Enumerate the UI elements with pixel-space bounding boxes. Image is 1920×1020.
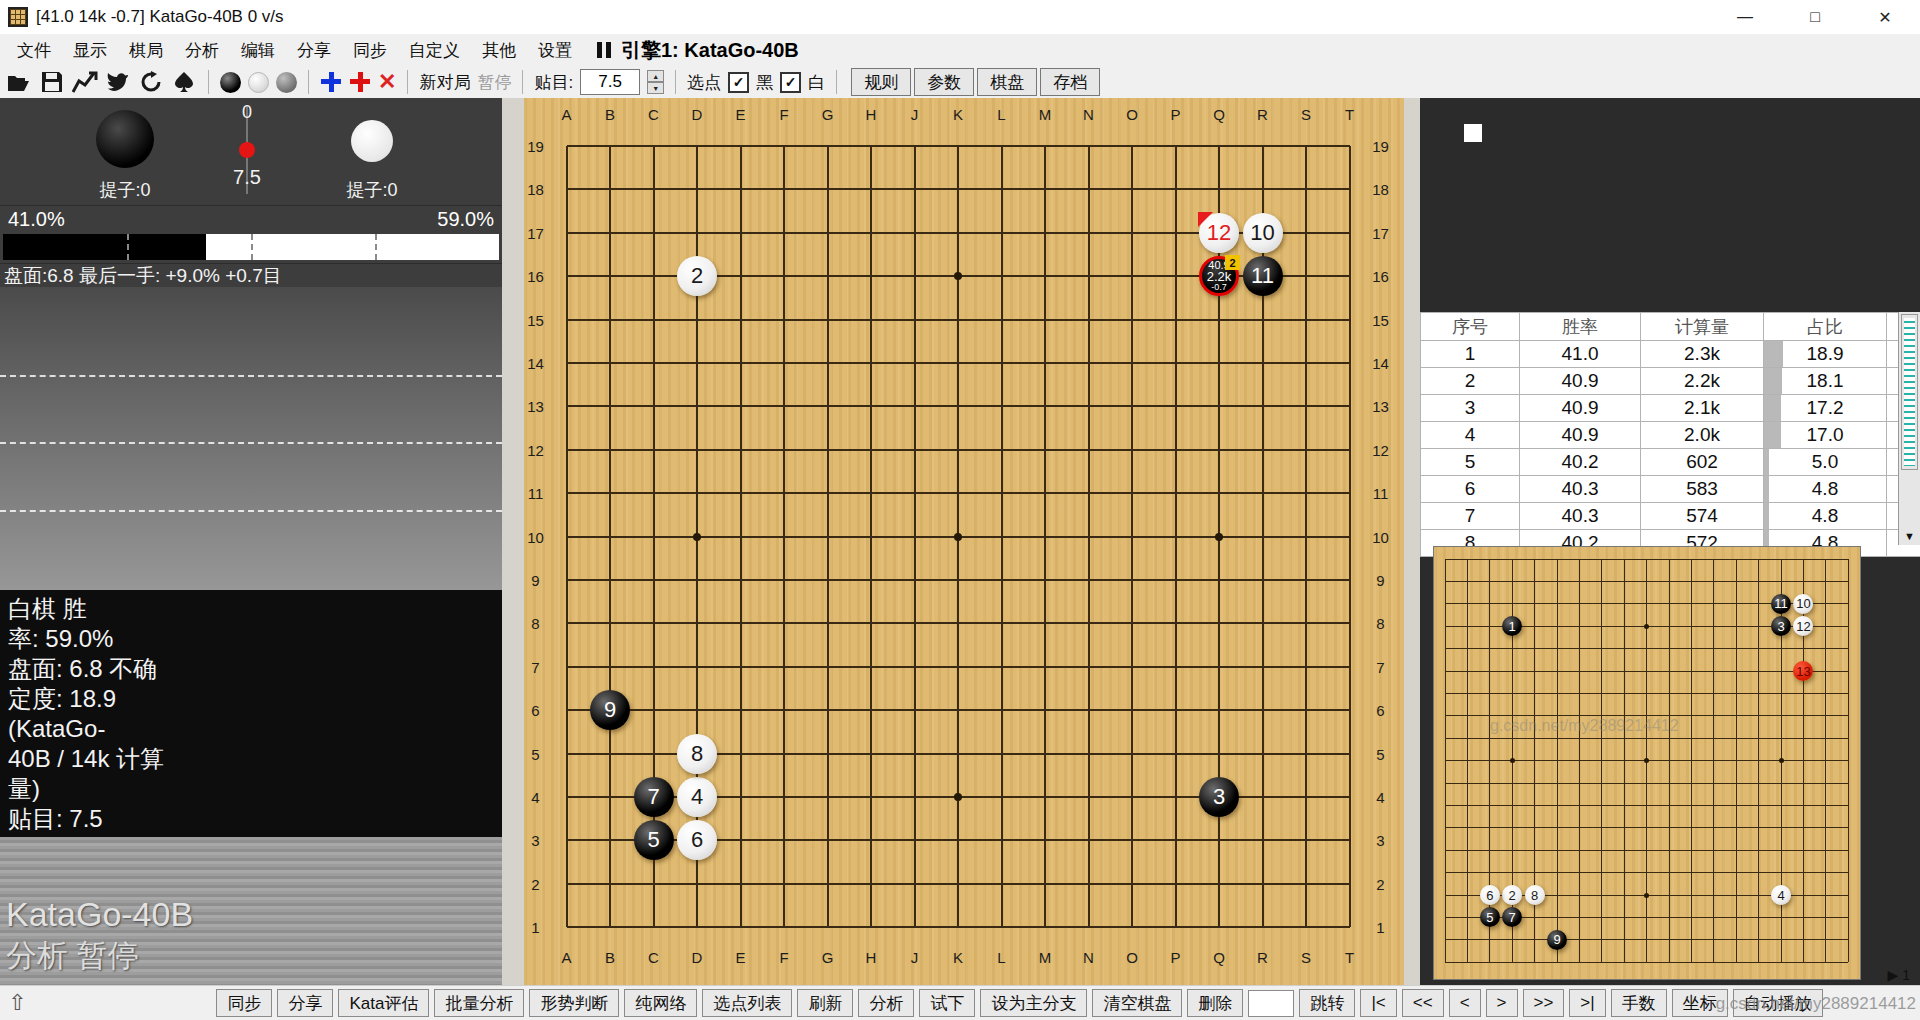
- coord-right-9: 9: [1368, 572, 1394, 589]
- grid-line: [1736, 559, 1737, 962]
- bottom-button-清空棋盘[interactable]: 清空棋盘: [1092, 989, 1182, 1017]
- star-point: [954, 533, 962, 541]
- table-header-占比[interactable]: 占比: [1764, 313, 1887, 341]
- winrate-tick: [375, 234, 377, 260]
- komi-label: 贴目:: [534, 71, 573, 94]
- table-cell: 41.0: [1520, 341, 1641, 368]
- share-bar: [1764, 395, 1781, 421]
- stone-R16[interactable]: 11: [1243, 256, 1283, 296]
- grid-line: [567, 579, 1350, 581]
- move-number: 9: [604, 699, 616, 721]
- grid-line: [567, 709, 1350, 711]
- move-nav-indicator[interactable]: ▶ 1: [1888, 967, 1910, 983]
- bottom-button-纯网络[interactable]: 纯网络: [624, 989, 697, 1017]
- grid-line: [1713, 559, 1714, 962]
- report-line: 40B / 14k 计算: [8, 744, 494, 774]
- coord-top-O: O: [1120, 106, 1144, 123]
- bottom-button->[interactable]: >: [1486, 989, 1518, 1017]
- stone-E4[interactable]: 8: [1525, 885, 1545, 905]
- game-record-board-section: 12345678910111213 g.csdn.net/my288921441…: [1420, 545, 1920, 985]
- winrate-graph[interactable]: [0, 287, 502, 590]
- winrate-tick: [251, 234, 253, 260]
- black-checkbox-label: 黑: [756, 71, 773, 94]
- coord-left-4: 4: [523, 789, 549, 806]
- winrate-tick: [127, 234, 129, 260]
- coord-left-19: 19: [523, 138, 549, 155]
- katago-analysis-window: [41.0 14k -0.7] KataGo-40B 0 v/s — □ ✕ 文…: [0, 0, 1920, 1020]
- score-slider-bottom-value: 7.5: [227, 166, 267, 189]
- move-number: 4: [691, 786, 703, 808]
- coord-right-17: 17: [1368, 225, 1394, 242]
- coord-bottom-T: T: [1338, 949, 1362, 966]
- grid-line: [567, 883, 1350, 885]
- table-cell: 2.1k: [1641, 395, 1764, 422]
- coord-top-C: C: [642, 106, 666, 123]
- table-header-胜率[interactable]: 胜率: [1520, 313, 1641, 341]
- coord-bottom-N: N: [1077, 949, 1101, 966]
- white-stone-icon[interactable]: [248, 72, 269, 93]
- coord-top-K: K: [946, 106, 970, 123]
- move-number: 8: [691, 743, 703, 765]
- report-line: 白棋 胜: [8, 594, 494, 624]
- candidate-moves-table: 序号胜率计算量占比目差 141.02.3k18.9-0.7240.92.2k18…: [1420, 312, 1920, 557]
- grid-line: [567, 622, 1350, 624]
- grid-line: [1305, 146, 1307, 927]
- winrate-bar: [3, 234, 499, 260]
- title-bar: [41.0 14k -0.7] KataGo-40B 0 v/s — □ ✕: [0, 0, 1920, 34]
- stone-D3[interactable]: 7: [1502, 907, 1522, 927]
- close-button[interactable]: ✕: [1850, 0, 1920, 34]
- bottom-toolbar: ⇧ 同步分享Kata评估批量分析形势判断纯网络选点列表刷新分析试下设为主分支清空…: [0, 985, 1920, 1020]
- table-cell: 40.9: [1520, 395, 1641, 422]
- table-row[interactable]: 740.35744.8-0.9: [1421, 503, 1920, 530]
- bottom-button-刷新[interactable]: 刷新: [797, 989, 853, 1017]
- window-title: [41.0 14k -0.7] KataGo-40B 0 v/s: [36, 7, 284, 27]
- gray-stone-icon[interactable]: [276, 72, 297, 93]
- candidate-rank-badge: 2: [1225, 255, 1240, 270]
- stone-D5[interactable]: 8: [677, 734, 717, 774]
- move-number: 6: [691, 829, 703, 851]
- coord-left-14: 14: [523, 355, 549, 372]
- score-graph-area: [1420, 98, 1920, 312]
- stone-Q17[interactable]: 11: [1771, 594, 1791, 614]
- move-number: 11: [1251, 265, 1274, 287]
- table-cell: 40.3: [1520, 503, 1641, 530]
- grid-line: [1445, 783, 1848, 784]
- coord-top-T: T: [1338, 106, 1362, 123]
- toolbar-buttons: 规则参数棋盘存档: [848, 68, 1100, 96]
- star-point: [1510, 758, 1515, 763]
- bottom-button-形势判断[interactable]: 形势判断: [529, 989, 619, 1017]
- table-cell: 574: [1641, 503, 1764, 530]
- coord-bottom-J: J: [903, 949, 927, 966]
- coord-left-2: 2: [523, 876, 549, 893]
- report-line: (KataGo-: [8, 714, 494, 744]
- table-header-row: 序号胜率计算量占比目差: [1421, 313, 1920, 341]
- move-number: 9: [1553, 933, 1560, 946]
- coord-left-3: 3: [523, 832, 549, 849]
- toolbar-separator: [308, 70, 309, 94]
- table-cell: 40.9: [1520, 368, 1641, 395]
- share-bar: [1764, 503, 1769, 529]
- coord-bottom-C: C: [642, 949, 666, 966]
- coord-left-9: 9: [523, 572, 549, 589]
- candidate-moves-table-wrap: 序号胜率计算量占比目差 141.02.3k18.9-0.7240.92.2k18…: [1420, 312, 1898, 545]
- grid-line: [1175, 146, 1177, 927]
- cell-value: 4.8: [1812, 478, 1838, 499]
- coord-right-2: 2: [1368, 876, 1394, 893]
- coord-right-18: 18: [1368, 181, 1394, 198]
- coord-right-12: 12: [1368, 442, 1394, 459]
- table-cell: 2.0k: [1641, 422, 1764, 449]
- white-checkbox-label: 白: [808, 71, 825, 94]
- grid-line: [1758, 559, 1759, 962]
- grid-line: [1669, 559, 1670, 962]
- coord-left-1: 1: [523, 919, 549, 936]
- blue-cross-icon[interactable]: [320, 71, 342, 93]
- coord-top-L: L: [990, 106, 1014, 123]
- stone-R17[interactable]: 10: [1793, 594, 1813, 614]
- table-scrollbar[interactable]: ▼: [1898, 312, 1920, 545]
- engine-status-label: 引擎1: KataGo-40B: [621, 37, 799, 64]
- coord-top-N: N: [1077, 106, 1101, 123]
- winrate-bar-section: 41.0% 59.0%: [0, 206, 502, 264]
- main-go-board[interactable]: AA1919BB1818CC1717DD1616EE1515FF1414GG13…: [524, 98, 1404, 985]
- table-row[interactable]: 440.92.0k17.0-0.7: [1421, 422, 1920, 449]
- grid-line: [1848, 559, 1849, 962]
- table-cell: 5.0: [1764, 449, 1887, 476]
- scrollbar-down-arrow[interactable]: ▼: [1899, 527, 1920, 545]
- refresh-icon[interactable]: [138, 69, 164, 95]
- coord-left-6: 6: [523, 702, 549, 719]
- move-number: 1: [1509, 620, 1516, 633]
- coord-top-H: H: [859, 106, 883, 123]
- bottom-button-分析[interactable]: 分析: [858, 989, 914, 1017]
- last-move-triangle-marker: [1198, 212, 1213, 227]
- table-cell: 17.2: [1764, 395, 1887, 422]
- grid-line: [1131, 146, 1133, 927]
- move-number: 13: [1796, 665, 1810, 678]
- stone-C3[interactable]: 5: [634, 820, 674, 860]
- coord-left-18: 18: [523, 181, 549, 198]
- coord-bottom-E: E: [729, 949, 753, 966]
- stone-C3[interactable]: 5: [1480, 907, 1500, 927]
- engine-report-text: 白棋 胜率: 59.0%盘面: 6.8 不确定度: 18.9(KataGo-40…: [0, 590, 502, 837]
- stone-D16[interactable]: 1: [1502, 616, 1522, 636]
- black-stone-icon[interactable]: [220, 72, 241, 93]
- coord-right-8: 8: [1368, 615, 1394, 632]
- cell-value: 18.9: [1807, 343, 1844, 364]
- komi-spin-down[interactable]: ▼: [647, 82, 664, 94]
- bottom-button-分享[interactable]: 分享: [277, 989, 333, 1017]
- menu-item-5[interactable]: 分享: [286, 41, 342, 60]
- coord-left-10: 10: [523, 529, 549, 546]
- report-line: 率: 59.0%: [8, 624, 494, 654]
- stone-B6[interactable]: 9: [590, 690, 630, 730]
- white-winrate-label: 59.0%: [437, 208, 494, 231]
- menu-item-9[interactable]: 设置: [527, 41, 583, 60]
- maximize-button[interactable]: □: [1780, 0, 1850, 34]
- coord-right-1: 1: [1368, 919, 1394, 936]
- bottom-button-<<[interactable]: <<: [1402, 989, 1444, 1017]
- stone-F2[interactable]: 9: [1547, 930, 1567, 950]
- menu-item-4[interactable]: 编辑: [230, 41, 286, 60]
- table-row[interactable]: 141.02.3k18.9-0.7: [1421, 341, 1920, 368]
- table-cell: 3: [1421, 395, 1520, 422]
- menu-item-2[interactable]: 棋局: [118, 41, 174, 60]
- menu-item-6[interactable]: 同步: [342, 41, 398, 60]
- graph-legend-square: [1464, 124, 1482, 142]
- komi-input[interactable]: 7.5: [580, 69, 640, 95]
- table-row[interactable]: 340.92.1k17.2-0.7: [1421, 395, 1920, 422]
- grid-line: [1349, 146, 1351, 927]
- coord-top-M: M: [1033, 106, 1057, 123]
- move-number: 3: [1777, 620, 1784, 633]
- graph-gridline: [0, 442, 502, 444]
- coord-top-F: F: [772, 106, 796, 123]
- last-move-info: 盘面:6.8 最后一手: +9.0% +0.7目: [0, 264, 502, 287]
- report-line: 量): [8, 774, 494, 804]
- score-slider-top-value: 0: [227, 102, 267, 123]
- star-point: [1644, 758, 1649, 763]
- coord-right-16: 16: [1368, 268, 1394, 285]
- menu-bar: 文件显示棋局分析编辑分享同步自定义其他设置 引擎1: KataGo-40B: [0, 34, 1920, 66]
- coord-left-8: 8: [523, 615, 549, 632]
- table-row[interactable]: 240.92.2k18.1-0.7: [1421, 368, 1920, 395]
- coord-left-16: 16: [523, 268, 549, 285]
- bottom-buttons: 同步分享Kata评估批量分析形势判断纯网络选点列表刷新分析试下设为主分支清空棋盘…: [211, 989, 1822, 1017]
- chart-icon[interactable]: [72, 69, 98, 95]
- open-folder-icon[interactable]: [6, 69, 32, 95]
- table-cell: 2: [1421, 368, 1520, 395]
- table-header-计算量[interactable]: 计算量: [1641, 313, 1764, 341]
- bird-icon[interactable]: [105, 69, 131, 95]
- coord-bottom-G: G: [816, 949, 840, 966]
- menu-item-7[interactable]: 自定义: [398, 41, 471, 60]
- coord-top-G: G: [816, 106, 840, 123]
- black-winrate-label: 41.0%: [8, 208, 65, 231]
- stone-D3[interactable]: 6: [677, 820, 717, 860]
- score-slider-handle[interactable]: [239, 142, 255, 158]
- cell-value: 4.8: [1812, 505, 1838, 526]
- shift-icon: ⇧: [8, 990, 26, 1016]
- coord-right-4: 4: [1368, 789, 1394, 806]
- stone-C4[interactable]: 6: [1480, 885, 1500, 905]
- table-cell: 583: [1641, 476, 1764, 503]
- coord-bottom-F: F: [772, 949, 796, 966]
- bottom-button-自动播放[interactable]: 自动播放: [1733, 989, 1823, 1017]
- coord-right-6: 6: [1368, 702, 1394, 719]
- mini-go-board[interactable]: 12345678910111213: [1433, 546, 1861, 980]
- new-game-button[interactable]: 新对局: [419, 71, 470, 94]
- bottom-button-|<[interactable]: |<: [1360, 989, 1396, 1017]
- stone-R16[interactable]: 12: [1793, 616, 1813, 636]
- pause-button[interactable]: 暂停: [477, 71, 511, 94]
- star-point: [954, 793, 962, 801]
- white-candidates-checkbox[interactable]: ✓: [780, 72, 801, 93]
- coord-top-D: D: [685, 106, 709, 123]
- grid-line: [1044, 146, 1046, 927]
- red-cross-icon[interactable]: [349, 71, 371, 93]
- white-captures-label: 提子:0: [312, 178, 432, 202]
- cell-value: 17.2: [1807, 397, 1844, 418]
- star-point: [1215, 533, 1223, 541]
- save-icon[interactable]: [39, 69, 65, 95]
- jump-move-input[interactable]: [1248, 990, 1294, 1017]
- toolbar-separator: [675, 70, 676, 94]
- spade-icon[interactable]: [171, 69, 197, 95]
- right-side-panel: 序号胜率计算量占比目差 141.02.3k18.9-0.7240.92.2k18…: [1420, 98, 1920, 985]
- coord-top-S: S: [1294, 106, 1318, 123]
- coord-right-10: 10: [1368, 529, 1394, 546]
- coord-left-17: 17: [523, 225, 549, 242]
- grid-line: [1445, 872, 1848, 873]
- toolbar-button-棋盘[interactable]: 棋盘: [977, 68, 1037, 96]
- stone-C4[interactable]: 7: [634, 777, 674, 817]
- table-cell: 4: [1421, 422, 1520, 449]
- table-row[interactable]: 640.35834.8-0.8: [1421, 476, 1920, 503]
- bottom-button-选点列表[interactable]: 选点列表: [702, 989, 792, 1017]
- table-cell: 18.1: [1764, 368, 1887, 395]
- black-player-stone-icon: [96, 110, 154, 168]
- move-number: 2: [1509, 889, 1516, 902]
- move-number: 8: [1531, 889, 1538, 902]
- table-cell: 17.0: [1764, 422, 1887, 449]
- bottom-button-同步[interactable]: 同步: [216, 989, 272, 1017]
- table-cell: 4.8: [1764, 503, 1887, 530]
- black-candidates-checkbox[interactable]: ✓: [728, 72, 749, 93]
- coord-top-A: A: [555, 106, 579, 123]
- grid-line: [1445, 850, 1848, 851]
- cell-value: 18.1: [1807, 370, 1844, 391]
- bottom-button->|[interactable]: >|: [1569, 989, 1605, 1017]
- analysis-status-text: 分析 暂停: [6, 935, 139, 977]
- bottom-button-批量分析[interactable]: 批量分析: [434, 989, 524, 1017]
- star-point: [693, 533, 701, 541]
- table-header-序号[interactable]: 序号: [1421, 313, 1520, 341]
- coord-left-15: 15: [523, 312, 549, 329]
- bottom-button-<[interactable]: <: [1449, 989, 1481, 1017]
- komi-spinner: ▲ ▼: [647, 70, 664, 94]
- coord-right-15: 15: [1368, 312, 1394, 329]
- coord-bottom-L: L: [990, 949, 1014, 966]
- move-number: 11: [1774, 597, 1788, 610]
- grid-line: [1445, 827, 1848, 828]
- candidate-points-label: 选点: [687, 71, 721, 94]
- stone-D16[interactable]: 2: [677, 256, 717, 296]
- cell-value: 17.0: [1807, 424, 1844, 445]
- toolbar-button-存档[interactable]: 存档: [1040, 68, 1100, 96]
- main-toolbar: ✕ 新对局 暂停 贴目: 7.5 ▲ ▼ 选点 ✓ 黑 ✓ 白 规则参数棋盘存档: [0, 66, 1920, 98]
- bottom-button-跳转[interactable]: 跳转: [1299, 989, 1355, 1017]
- bottom-button-Kata评估[interactable]: Kata评估: [338, 989, 429, 1017]
- stone-Q4[interactable]: 3: [1199, 777, 1239, 817]
- app-goban-icon: [8, 7, 28, 27]
- coord-right-14: 14: [1368, 355, 1394, 372]
- stone-Q4[interactable]: 4: [1771, 885, 1791, 905]
- stone-D4[interactable]: 4: [677, 777, 717, 817]
- bottom-button-坐标[interactable]: 坐标: [1672, 989, 1728, 1017]
- grid-line: [1445, 939, 1848, 940]
- coord-bottom-P: P: [1164, 949, 1188, 966]
- bottom-button-删除[interactable]: 删除: [1187, 989, 1243, 1017]
- engine-status-section: KataGo-40B 分析 暂停: [0, 837, 502, 987]
- menu-item-3[interactable]: 分析: [174, 41, 230, 60]
- bottom-button->>[interactable]: >>: [1523, 989, 1565, 1017]
- coord-top-B: B: [598, 106, 622, 123]
- move-number: 6: [1486, 889, 1493, 902]
- coord-left-12: 12: [523, 442, 549, 459]
- grid-line: [1825, 559, 1826, 962]
- table-cell: 40.9: [1520, 422, 1641, 449]
- engine-name-text: KataGo-40B: [6, 895, 193, 934]
- move-number: 5: [647, 829, 659, 851]
- bottom-button-设为主分支[interactable]: 设为主分支: [980, 989, 1087, 1017]
- move-number: 10: [1250, 222, 1274, 244]
- coord-top-E: E: [729, 106, 753, 123]
- menu-item-0[interactable]: 文件: [6, 41, 62, 60]
- winrate-bar-black: [3, 234, 206, 260]
- engine-status-wrap: 引擎1: KataGo-40B: [597, 37, 799, 64]
- move-number: 7: [1509, 911, 1516, 924]
- toolbar-separator: [522, 70, 523, 94]
- grid-line: [1445, 962, 1848, 963]
- table-cell: 4.8: [1764, 476, 1887, 503]
- move-number: 12: [1796, 620, 1810, 633]
- coord-right-19: 19: [1368, 138, 1394, 155]
- coord-bottom-B: B: [598, 949, 622, 966]
- stone-D4[interactable]: 2: [1502, 885, 1522, 905]
- move-number: 2: [691, 265, 703, 287]
- coord-bottom-K: K: [946, 949, 970, 966]
- coord-right-7: 7: [1368, 659, 1394, 676]
- share-bar: [1764, 341, 1783, 367]
- coord-bottom-O: O: [1120, 949, 1144, 966]
- share-bar: [1764, 476, 1769, 502]
- coord-bottom-A: A: [555, 949, 579, 966]
- menu-items: 文件显示棋局分析编辑分享同步自定义其他设置: [6, 39, 583, 62]
- toolbar-button-参数[interactable]: 参数: [914, 68, 974, 96]
- toolbar-separator: [208, 70, 209, 94]
- stone-R14[interactable]: 13: [1793, 661, 1813, 681]
- menu-item-1[interactable]: 显示: [62, 41, 118, 60]
- stone-R17[interactable]: 10: [1243, 213, 1283, 253]
- red-x-icon[interactable]: ✕: [378, 69, 396, 95]
- menu-item-8[interactable]: 其他: [471, 41, 527, 60]
- pause-icon[interactable]: [597, 42, 611, 58]
- report-line: 贴目: 7.5: [8, 804, 494, 834]
- minimize-button[interactable]: —: [1710, 0, 1780, 34]
- scrollbar-thumb[interactable]: [1901, 314, 1918, 470]
- move-number: 7: [647, 786, 659, 808]
- move-number: 10: [1796, 597, 1810, 610]
- coord-top-Q: Q: [1207, 106, 1231, 123]
- coord-top-P: P: [1164, 106, 1188, 123]
- coord-left-11: 11: [523, 485, 549, 502]
- table-row[interactable]: 540.26025.0-0.9: [1421, 449, 1920, 476]
- stone-Q16[interactable]: 3: [1771, 616, 1791, 636]
- table-cell: 40.3: [1520, 476, 1641, 503]
- table-cell: 18.9: [1764, 341, 1887, 368]
- komi-spin-up[interactable]: ▲: [647, 70, 664, 82]
- star-point: [1779, 758, 1784, 763]
- bottom-button-试下[interactable]: 试下: [919, 989, 975, 1017]
- graph-gridline: [0, 510, 502, 512]
- bottom-button-手数[interactable]: 手数: [1611, 989, 1667, 1017]
- toolbar-button-规则[interactable]: 规则: [851, 68, 911, 96]
- share-bar: [1764, 449, 1769, 475]
- coord-right-11: 11: [1368, 485, 1394, 502]
